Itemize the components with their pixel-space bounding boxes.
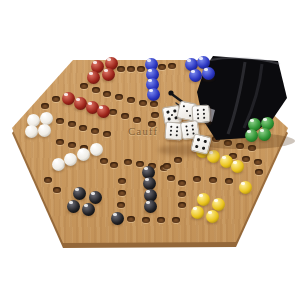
die-pip	[196, 109, 199, 112]
die-pip	[176, 134, 179, 137]
die-pip	[173, 109, 176, 112]
die-pip	[203, 116, 206, 119]
die-pip	[169, 133, 172, 136]
die-pip	[176, 126, 179, 129]
die-pip	[196, 113, 199, 116]
die-pip	[197, 138, 200, 141]
die-pip	[185, 129, 188, 132]
die-pip	[168, 118, 171, 121]
die-pip	[191, 124, 194, 127]
die-pip	[195, 145, 198, 148]
die-pip	[185, 109, 188, 112]
die-pip	[182, 105, 185, 108]
die-pip	[169, 129, 172, 132]
product-photo: Cauff	[0, 0, 300, 300]
die-pip	[203, 112, 206, 115]
die-pip	[170, 113, 173, 116]
die-pip	[203, 108, 206, 111]
die-pip	[192, 128, 195, 131]
die-pip	[186, 133, 189, 136]
die-pip	[166, 111, 169, 114]
die-pip	[176, 130, 179, 133]
die-pip	[185, 125, 188, 128]
die-pip	[197, 117, 200, 120]
die-pip	[204, 140, 207, 143]
die-pip	[170, 125, 173, 128]
dice-layer	[0, 0, 300, 300]
die-pip	[202, 147, 205, 150]
